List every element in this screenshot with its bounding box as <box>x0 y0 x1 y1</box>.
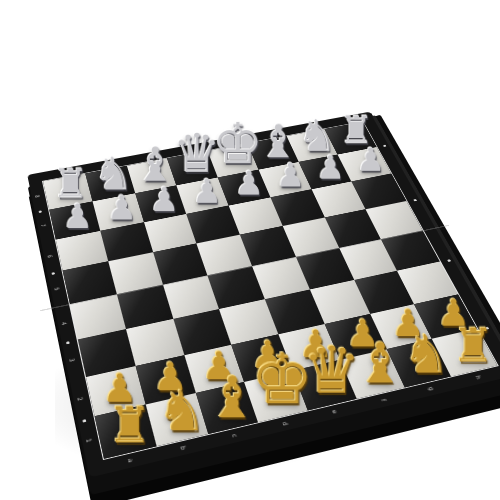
rivet-dot <box>66 341 70 344</box>
rank-label-7: 7 <box>40 224 47 228</box>
piece-gold-rook-h1[interactable]: ♜ <box>452 322 494 369</box>
piece-silver-pawn-b7[interactable]: ♟ <box>106 191 136 225</box>
rank-label-1: 1 <box>85 438 94 443</box>
piece-silver-pawn-g7[interactable]: ♟ <box>316 151 345 183</box>
square-e7[interactable]: ♟ <box>218 170 270 206</box>
file-label-d: d <box>281 421 290 426</box>
board-grid: ♜♞♝♛♚♝♞♜♟♟♟♟♟♟♟♟♟♟♟♟♟♟♟♟♜♞♝♚♛♝♞♜ <box>42 121 499 460</box>
square-c7[interactable]: ♟ <box>135 185 187 222</box>
piece-gold-king-d1[interactable]: ♚ <box>251 344 314 414</box>
rivet-dot <box>447 259 451 262</box>
rivet-dot <box>413 199 417 201</box>
chess-board: ♜♞♝♛♚♝♞♜♟♟♟♟♟♟♟♟♟♟♟♟♟♟♟♟♜♞♝♚♛♝♞♜ 1234567… <box>27 112 500 478</box>
square-g7[interactable]: ♟ <box>298 154 351 189</box>
rank-label-2: 2 <box>76 396 84 401</box>
file-label-e: e <box>331 409 340 414</box>
rank-label-6: 6 <box>46 254 53 258</box>
piece-gold-knight-b1[interactable]: ♞ <box>157 383 207 438</box>
rank-label-8: 8 <box>34 195 41 199</box>
product-photo-canvas: ♜♞♝♛♚♝♞♜♟♟♟♟♟♟♟♟♟♟♟♟♟♟♟♟♜♞♝♚♛♝♞♜ 1234567… <box>0 0 500 500</box>
piece-silver-pawn-d7[interactable]: ♟ <box>192 175 222 208</box>
piece-gold-bishop-f1[interactable]: ♝ <box>355 336 405 391</box>
rivet-dot <box>82 419 86 422</box>
piece-gold-rook-a1[interactable]: ♜ <box>107 401 152 451</box>
file-label-h: h <box>474 375 483 380</box>
file-label-c: c <box>231 433 240 438</box>
file-label-a: a <box>127 458 136 463</box>
rivet-dot <box>52 272 55 275</box>
file-label-g: g <box>427 386 436 391</box>
rank-label-4: 4 <box>60 321 68 326</box>
square-a7[interactable]: ♟ <box>49 201 100 239</box>
piece-silver-pawn-c7[interactable]: ♟ <box>150 183 180 216</box>
piece-silver-pawn-e7[interactable]: ♟ <box>234 167 264 200</box>
perspective-scene: ♜♞♝♛♚♝♞♜♟♟♟♟♟♟♟♟♟♟♟♟♟♟♟♟♜♞♝♚♛♝♞♜ 1234567… <box>0 0 500 500</box>
piece-silver-pawn-f7[interactable]: ♟ <box>275 159 304 192</box>
piece-gold-knight-g1[interactable]: ♞ <box>403 327 450 380</box>
piece-gold-bishop-c1[interactable]: ♝ <box>207 369 258 426</box>
rank-label-3: 3 <box>68 358 76 363</box>
file-label-f: f <box>380 398 388 402</box>
rivet-dot <box>39 211 42 213</box>
piece-silver-pawn-a7[interactable]: ♟ <box>62 200 93 234</box>
file-label-b: b <box>179 445 188 450</box>
rank-label-5: 5 <box>53 287 61 291</box>
piece-silver-pawn-h7[interactable]: ♟ <box>356 144 385 176</box>
square-d7[interactable]: ♟ <box>177 177 229 213</box>
